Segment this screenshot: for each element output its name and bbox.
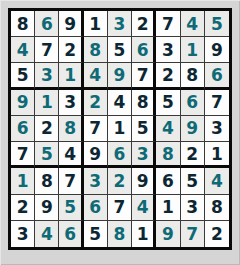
- given-digit: 3: [162, 40, 174, 60]
- cell-r7c7[interactable]: 6: [156, 168, 180, 194]
- given-digit: 4: [114, 92, 126, 112]
- entered-digit: 3: [41, 65, 53, 85]
- given-digit: 2: [211, 224, 223, 244]
- cell-r1c2[interactable]: 6: [35, 11, 59, 37]
- cell-r8c5[interactable]: 7: [108, 195, 132, 221]
- cell-r5c4[interactable]: 7: [84, 116, 108, 142]
- cell-r9c3[interactable]: 6: [59, 221, 83, 247]
- entered-digit: 4: [137, 197, 149, 217]
- cell-r2c6[interactable]: 6: [132, 37, 156, 63]
- given-digit: 5: [137, 118, 149, 138]
- cell-r4c9[interactable]: 7: [205, 90, 229, 116]
- given-digit: 6: [162, 171, 174, 191]
- cell-r3c9[interactable]: 6: [205, 63, 229, 89]
- cell-r5c8[interactable]: 9: [181, 116, 205, 142]
- cell-r1c1[interactable]: 8: [11, 11, 35, 37]
- cell-r1c9[interactable]: 5: [205, 11, 229, 37]
- entered-digit: 2: [114, 171, 126, 191]
- cell-r3c1[interactable]: 5: [11, 63, 35, 89]
- entered-digit: 6: [211, 65, 223, 85]
- cell-r4c3[interactable]: 3: [59, 90, 83, 116]
- cell-r6c2[interactable]: 5: [35, 142, 59, 168]
- entered-digit: 1: [17, 171, 29, 191]
- given-digit: 9: [137, 171, 149, 191]
- cell-r7c3[interactable]: 7: [59, 168, 83, 194]
- given-digit: 7: [41, 40, 53, 60]
- cell-r5c2[interactable]: 2: [35, 116, 59, 142]
- entered-digit: 9: [186, 118, 198, 138]
- window-frame: 8691327454728563195314972869132485676287…: [0, 0, 240, 265]
- entered-digit: 4: [89, 65, 101, 85]
- given-digit: 8: [17, 14, 29, 34]
- entered-digit: 1: [186, 40, 198, 60]
- cell-r9c8[interactable]: 7: [181, 221, 205, 247]
- cell-r1c3[interactable]: 9: [59, 11, 83, 37]
- given-digit: 8: [137, 92, 149, 112]
- cell-r7c8[interactable]: 5: [181, 168, 205, 194]
- entered-digit: 4: [17, 40, 29, 60]
- entered-digit: 1: [64, 65, 76, 85]
- cell-r4c6[interactable]: 8: [132, 90, 156, 116]
- cell-r6c3[interactable]: 4: [59, 142, 83, 168]
- given-digit: 7: [17, 144, 29, 164]
- given-digit: 7: [137, 65, 149, 85]
- given-digit: 3: [186, 197, 198, 217]
- given-digit: 8: [186, 65, 198, 85]
- entered-digit: 8: [114, 224, 126, 244]
- cell-r8c7[interactable]: 1: [156, 195, 180, 221]
- given-digit: 5: [17, 65, 29, 85]
- cell-r6c6[interactable]: 3: [132, 142, 156, 168]
- entered-digit: 4: [162, 118, 174, 138]
- entered-digit: 6: [41, 14, 53, 34]
- given-digit: 3: [17, 224, 29, 244]
- cell-r3c7[interactable]: 2: [156, 63, 180, 89]
- cell-r2c5[interactable]: 5: [108, 37, 132, 63]
- entered-digit: 5: [211, 14, 223, 34]
- entered-digit: 4: [211, 171, 223, 191]
- cell-r5c7[interactable]: 4: [156, 116, 180, 142]
- given-digit: 9: [89, 144, 101, 164]
- given-digit: 7: [89, 118, 101, 138]
- given-digit: 1: [114, 118, 126, 138]
- cell-r8c8[interactable]: 3: [181, 195, 205, 221]
- entered-digit: 9: [114, 65, 126, 85]
- cell-r5c5[interactable]: 1: [108, 116, 132, 142]
- cell-r9c7[interactable]: 9: [156, 221, 180, 247]
- cell-r6c7[interactable]: 8: [156, 142, 180, 168]
- given-digit: 5: [186, 171, 198, 191]
- entered-digit: 6: [89, 197, 101, 217]
- cell-r8c3[interactable]: 5: [59, 195, 83, 221]
- entered-digit: 6: [17, 118, 29, 138]
- cell-r9c9[interactable]: 2: [205, 221, 229, 247]
- cell-r3c2[interactable]: 3: [35, 63, 59, 89]
- entered-digit: 9: [162, 224, 174, 244]
- given-digit: 1: [137, 224, 149, 244]
- cell-r2c7[interactable]: 3: [156, 37, 180, 63]
- entered-digit: 6: [64, 224, 76, 244]
- cell-r9c2[interactable]: 4: [35, 221, 59, 247]
- entered-digit: 4: [41, 224, 53, 244]
- cell-r4c4[interactable]: 2: [84, 90, 108, 116]
- cell-r2c2[interactable]: 7: [35, 37, 59, 63]
- cell-r9c1[interactable]: 3: [11, 221, 35, 247]
- entered-digit: 3: [89, 171, 101, 191]
- given-digit: 7: [162, 14, 174, 34]
- given-digit: 2: [186, 144, 198, 164]
- cell-r7c2[interactable]: 8: [35, 168, 59, 194]
- given-digit: 2: [17, 197, 29, 217]
- given-digit: 2: [41, 118, 53, 138]
- given-digit: 1: [162, 197, 174, 217]
- cell-r3c5[interactable]: 9: [108, 63, 132, 89]
- cell-r4c7[interactable]: 5: [156, 90, 180, 116]
- cell-r2c3[interactable]: 2: [59, 37, 83, 63]
- given-digit: 3: [211, 118, 223, 138]
- entered-digit: 2: [89, 92, 101, 112]
- given-digit: 1: [89, 14, 101, 34]
- entered-digit: 6: [137, 40, 149, 60]
- cell-r2c1[interactable]: 4: [11, 37, 35, 63]
- given-digit: 1: [211, 144, 223, 164]
- given-digit: 9: [64, 14, 76, 34]
- cell-r5c3[interactable]: 8: [59, 116, 83, 142]
- cell-r1c6[interactable]: 2: [132, 11, 156, 37]
- cell-r4c2[interactable]: 1: [35, 90, 59, 116]
- cell-r8c9[interactable]: 8: [205, 195, 229, 221]
- entered-digit: 5: [41, 144, 53, 164]
- cell-r6c1[interactable]: 7: [11, 142, 35, 168]
- cell-r5c9[interactable]: 3: [205, 116, 229, 142]
- given-digit: 7: [114, 197, 126, 217]
- cell-r9c6[interactable]: 1: [132, 221, 156, 247]
- cell-r3c3[interactable]: 1: [59, 63, 83, 89]
- given-digit: 5: [162, 92, 174, 112]
- given-digit: 8: [211, 197, 223, 217]
- cell-r1c4[interactable]: 1: [84, 11, 108, 37]
- cell-r3c4[interactable]: 4: [84, 63, 108, 89]
- cell-r5c6[interactable]: 5: [132, 116, 156, 142]
- cell-r2c9[interactable]: 9: [205, 37, 229, 63]
- given-digit: 5: [114, 40, 126, 60]
- entered-digit: 6: [186, 92, 198, 112]
- given-digit: 3: [64, 92, 76, 112]
- cell-r7c4[interactable]: 3: [84, 168, 108, 194]
- cell-r6c4[interactable]: 9: [84, 142, 108, 168]
- given-digit: 9: [41, 197, 53, 217]
- entered-digit: 4: [186, 14, 198, 34]
- entered-digit: 8: [64, 118, 76, 138]
- entered-digit: 6: [114, 144, 126, 164]
- cell-r7c6[interactable]: 9: [132, 168, 156, 194]
- entered-digit: 3: [137, 144, 149, 164]
- cell-r9c5[interactable]: 8: [108, 221, 132, 247]
- cell-r7c1[interactable]: 1: [11, 168, 35, 194]
- cell-r4c5[interactable]: 4: [108, 90, 132, 116]
- entered-digit: 1: [41, 92, 53, 112]
- cell-r7c5[interactable]: 2: [108, 168, 132, 194]
- given-digit: 9: [211, 40, 223, 60]
- entered-digit: 3: [114, 14, 126, 34]
- cell-r6c5[interactable]: 6: [108, 142, 132, 168]
- cell-r5c1[interactable]: 6: [11, 116, 35, 142]
- given-digit: 7: [211, 92, 223, 112]
- given-digit: 5: [89, 224, 101, 244]
- cell-r9c4[interactable]: 5: [84, 221, 108, 247]
- cell-r2c8[interactable]: 1: [181, 37, 205, 63]
- cell-r8c2[interactable]: 9: [35, 195, 59, 221]
- cell-r4c8[interactable]: 6: [181, 90, 205, 116]
- entered-digit: 5: [64, 197, 76, 217]
- entered-digit: 9: [17, 92, 29, 112]
- cell-r7c9[interactable]: 4: [205, 168, 229, 194]
- cell-r8c1[interactable]: 2: [11, 195, 35, 221]
- cell-r1c5[interactable]: 3: [108, 11, 132, 37]
- given-digit: 7: [64, 171, 76, 191]
- cell-r3c6[interactable]: 7: [132, 63, 156, 89]
- cell-r1c8[interactable]: 4: [181, 11, 205, 37]
- cell-r4c1[interactable]: 9: [11, 90, 35, 116]
- given-digit: 4: [64, 144, 76, 164]
- entered-digit: 7: [186, 224, 198, 244]
- given-digit: 8: [41, 171, 53, 191]
- cell-r8c4[interactable]: 6: [84, 195, 108, 221]
- cell-r6c9[interactable]: 1: [205, 142, 229, 168]
- cell-r2c4[interactable]: 8: [84, 37, 108, 63]
- given-digit: 2: [64, 40, 76, 60]
- entered-digit: 8: [162, 144, 174, 164]
- entered-digit: 8: [89, 40, 101, 60]
- given-digit: 2: [137, 14, 149, 34]
- given-digit: 2: [162, 65, 174, 85]
- cell-r8c6[interactable]: 4: [132, 195, 156, 221]
- cell-r3c8[interactable]: 8: [181, 63, 205, 89]
- cell-r6c8[interactable]: 2: [181, 142, 205, 168]
- cell-r1c7[interactable]: 7: [156, 11, 180, 37]
- sudoku-board: 8691327454728563195314972869132485676287…: [8, 8, 232, 250]
